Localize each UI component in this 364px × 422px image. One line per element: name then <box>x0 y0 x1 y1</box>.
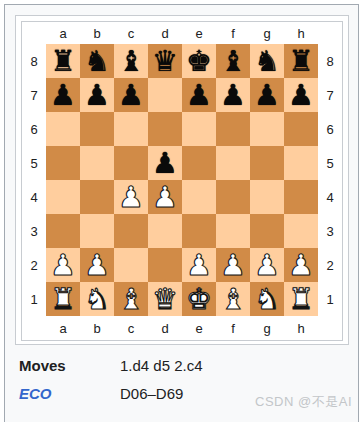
square-h7: ♟ <box>284 78 318 112</box>
moves-label: Moves <box>19 357 120 374</box>
rank-label-left-4: 4 <box>22 180 46 214</box>
rank-label-right-4: 4 <box>318 180 342 214</box>
piece-white-pawn: ♟ <box>152 180 178 214</box>
file-label-bottom-f: f <box>216 316 250 340</box>
square-h1: ♜ <box>284 282 318 316</box>
file-label-bottom-e: e <box>182 316 216 340</box>
square-a1: ♜ <box>46 282 80 316</box>
square-d8: ♛ <box>148 44 182 78</box>
piece-black-rook: ♜ <box>288 44 314 78</box>
piece-black-pawn: ♟ <box>288 78 314 112</box>
piece-black-knight: ♞ <box>84 44 110 78</box>
piece-black-pawn: ♟ <box>186 78 212 112</box>
piece-black-pawn: ♟ <box>84 78 110 112</box>
rank-label-right-2: 2 <box>318 248 342 282</box>
square-e5 <box>182 146 216 180</box>
file-label-top-h: h <box>284 22 318 44</box>
rank-label-left-7: 7 <box>22 78 46 112</box>
square-f6 <box>216 112 250 146</box>
moves-row: Moves 1.d4 d5 2.c4 <box>19 357 348 374</box>
piece-white-pawn: ♟ <box>118 180 144 214</box>
rank-label-right-1: 1 <box>318 282 342 316</box>
square-h2: ♟ <box>284 248 318 282</box>
square-g4 <box>250 180 284 214</box>
square-b4 <box>80 180 114 214</box>
square-g2: ♟ <box>250 248 284 282</box>
square-e3 <box>182 214 216 248</box>
square-e7: ♟ <box>182 78 216 112</box>
rank-label-right-6: 6 <box>318 112 342 146</box>
piece-white-pawn: ♟ <box>186 248 212 282</box>
square-d1: ♛ <box>148 282 182 316</box>
board-frame: abcdefgh8♜♞♝♛♚♝♞♜87♟♟♟♟♟♟♟7665♟54♟♟4332♟… <box>21 21 343 341</box>
square-a5 <box>46 146 80 180</box>
square-f7: ♟ <box>216 78 250 112</box>
square-g1: ♞ <box>250 282 284 316</box>
piece-black-rook: ♜ <box>50 44 76 78</box>
piece-white-pawn: ♟ <box>220 248 246 282</box>
rank-label-right-7: 7 <box>318 78 342 112</box>
square-c3 <box>114 214 148 248</box>
square-b3 <box>80 214 114 248</box>
square-b2: ♟ <box>80 248 114 282</box>
square-h4 <box>284 180 318 214</box>
square-b6 <box>80 112 114 146</box>
piece-black-pawn: ♟ <box>220 78 246 112</box>
piece-white-queen: ♛ <box>152 282 178 316</box>
square-e1: ♚ <box>182 282 216 316</box>
piece-black-pawn: ♟ <box>254 78 280 112</box>
square-c8: ♝ <box>114 44 148 78</box>
piece-white-bishop: ♝ <box>220 282 246 316</box>
piece-white-pawn: ♟ <box>254 248 280 282</box>
piece-black-pawn: ♟ <box>118 78 144 112</box>
rank-label-left-6: 6 <box>22 112 46 146</box>
square-f4 <box>216 180 250 214</box>
square-d7 <box>148 78 182 112</box>
square-g8: ♞ <box>250 44 284 78</box>
square-d3 <box>148 214 182 248</box>
file-label-bottom-g: g <box>250 316 284 340</box>
rank-label-right-8: 8 <box>318 44 342 78</box>
square-f3 <box>216 214 250 248</box>
square-a6 <box>46 112 80 146</box>
board-corner <box>22 316 46 340</box>
board-corner <box>22 22 46 44</box>
square-h8: ♜ <box>284 44 318 78</box>
file-label-top-f: f <box>216 22 250 44</box>
square-h3 <box>284 214 318 248</box>
file-label-top-g: g <box>250 22 284 44</box>
file-label-bottom-h: h <box>284 316 318 340</box>
square-c5 <box>114 146 148 180</box>
eco-value: D06–D69 <box>120 385 183 402</box>
square-h6 <box>284 112 318 146</box>
rank-label-left-5: 5 <box>22 146 46 180</box>
square-d5: ♟ <box>148 146 182 180</box>
square-a4 <box>46 180 80 214</box>
moves-value: 1.d4 d5 2.c4 <box>120 357 203 374</box>
piece-black-bishop: ♝ <box>220 44 246 78</box>
piece-black-knight: ♞ <box>254 44 280 78</box>
file-label-bottom-a: a <box>46 316 80 340</box>
square-c1: ♝ <box>114 282 148 316</box>
square-d2 <box>148 248 182 282</box>
square-a7: ♟ <box>46 78 80 112</box>
piece-white-pawn: ♟ <box>50 248 76 282</box>
piece-black-king: ♚ <box>186 44 212 78</box>
square-g6 <box>250 112 284 146</box>
square-b1: ♞ <box>80 282 114 316</box>
file-label-top-a: a <box>46 22 80 44</box>
rank-label-right-5: 5 <box>318 146 342 180</box>
piece-black-pawn: ♟ <box>50 78 76 112</box>
square-d6 <box>148 112 182 146</box>
file-label-top-c: c <box>114 22 148 44</box>
square-e2: ♟ <box>182 248 216 282</box>
square-b5 <box>80 146 114 180</box>
square-c4: ♟ <box>114 180 148 214</box>
square-a8: ♜ <box>46 44 80 78</box>
board-corner <box>318 22 342 44</box>
file-label-bottom-c: c <box>114 316 148 340</box>
rank-label-left-3: 3 <box>22 214 46 248</box>
piece-black-queen: ♛ <box>152 44 178 78</box>
file-label-top-d: d <box>148 22 182 44</box>
square-e4 <box>182 180 216 214</box>
square-b7: ♟ <box>80 78 114 112</box>
square-f8: ♝ <box>216 44 250 78</box>
rank-label-left-8: 8 <box>22 44 46 78</box>
file-label-top-b: b <box>80 22 114 44</box>
watermark: CSDN @不是AI <box>255 393 352 411</box>
square-c2 <box>114 248 148 282</box>
rank-label-right-3: 3 <box>318 214 342 248</box>
square-g7: ♟ <box>250 78 284 112</box>
piece-white-pawn: ♟ <box>84 248 110 282</box>
square-e8: ♚ <box>182 44 216 78</box>
piece-white-bishop: ♝ <box>118 282 144 316</box>
board-corner <box>318 316 342 340</box>
chess-diagram: abcdefgh8♜♞♝♛♚♝♞♜87♟♟♟♟♟♟♟7665♟54♟♟4332♟… <box>15 15 349 345</box>
square-c6 <box>114 112 148 146</box>
square-a2: ♟ <box>46 248 80 282</box>
piece-white-rook: ♜ <box>288 282 314 316</box>
square-f1: ♝ <box>216 282 250 316</box>
square-e6 <box>182 112 216 146</box>
file-label-bottom-b: b <box>80 316 114 340</box>
square-c7: ♟ <box>114 78 148 112</box>
square-a3 <box>46 214 80 248</box>
square-f5 <box>216 146 250 180</box>
piece-white-knight: ♞ <box>84 282 110 316</box>
piece-white-knight: ♞ <box>254 282 280 316</box>
square-f2: ♟ <box>216 248 250 282</box>
file-label-top-e: e <box>182 22 216 44</box>
eco-link[interactable]: ECO <box>19 385 120 402</box>
square-d4: ♟ <box>148 180 182 214</box>
rank-label-left-2: 2 <box>22 248 46 282</box>
square-h5 <box>284 146 318 180</box>
rank-label-left-1: 1 <box>22 282 46 316</box>
piece-black-pawn: ♟ <box>152 146 178 180</box>
piece-white-king: ♚ <box>186 282 212 316</box>
square-g5 <box>250 146 284 180</box>
piece-black-bishop: ♝ <box>118 44 144 78</box>
square-g3 <box>250 214 284 248</box>
file-label-bottom-d: d <box>148 316 182 340</box>
piece-white-rook: ♜ <box>50 282 76 316</box>
opening-infobox: abcdefgh8♜♞♝♛♚♝♞♜87♟♟♟♟♟♟♟7665♟54♟♟4332♟… <box>4 4 359 422</box>
piece-white-pawn: ♟ <box>288 248 314 282</box>
square-b8: ♞ <box>80 44 114 78</box>
